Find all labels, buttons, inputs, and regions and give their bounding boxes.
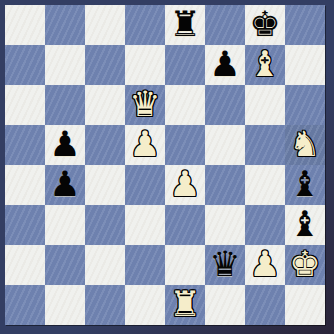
square-b6[interactable]: [45, 85, 85, 125]
square-g4[interactable]: [245, 165, 285, 205]
square-f8[interactable]: [205, 5, 245, 45]
square-b7[interactable]: [45, 45, 85, 85]
white-pawn[interactable]: ♟: [249, 244, 280, 284]
black-pawn[interactable]: ♟: [209, 44, 240, 84]
square-h2[interactable]: ♚: [285, 245, 325, 285]
square-g7[interactable]: ♝: [245, 45, 285, 85]
square-e7[interactable]: [165, 45, 205, 85]
square-d2[interactable]: [125, 245, 165, 285]
square-f2[interactable]: ♛: [205, 245, 245, 285]
black-pawn[interactable]: ♟: [49, 164, 80, 204]
white-pawn[interactable]: ♟: [169, 164, 200, 204]
square-c3[interactable]: [85, 205, 125, 245]
square-a4[interactable]: [5, 165, 45, 205]
square-f6[interactable]: [205, 85, 245, 125]
white-queen[interactable]: ♛: [129, 84, 160, 124]
square-a7[interactable]: [5, 45, 45, 85]
square-a8[interactable]: [5, 5, 45, 45]
square-e8[interactable]: ♜: [165, 5, 205, 45]
square-a3[interactable]: [5, 205, 45, 245]
square-a2[interactable]: [5, 245, 45, 285]
square-d5[interactable]: ♟: [125, 125, 165, 165]
square-g5[interactable]: [245, 125, 285, 165]
square-b8[interactable]: [45, 5, 85, 45]
square-h7[interactable]: [285, 45, 325, 85]
square-f1[interactable]: [205, 285, 245, 325]
square-d7[interactable]: [125, 45, 165, 85]
square-b3[interactable]: [45, 205, 85, 245]
square-g1[interactable]: [245, 285, 285, 325]
square-f3[interactable]: [205, 205, 245, 245]
white-bishop[interactable]: ♝: [249, 44, 280, 84]
chess-board[interactable]: ♜♚♟♝♛♟♟♞♟♟♝♝♛♟♚♜: [5, 5, 325, 325]
white-knight[interactable]: ♞: [289, 124, 320, 164]
square-d1[interactable]: [125, 285, 165, 325]
black-bishop[interactable]: ♝: [289, 204, 320, 244]
black-king[interactable]: ♚: [249, 4, 280, 44]
square-c6[interactable]: [85, 85, 125, 125]
square-a6[interactable]: [5, 85, 45, 125]
square-g3[interactable]: [245, 205, 285, 245]
square-g8[interactable]: ♚: [245, 5, 285, 45]
black-queen[interactable]: ♛: [209, 244, 240, 284]
black-bishop[interactable]: ♝: [289, 164, 320, 204]
square-g2[interactable]: ♟: [245, 245, 285, 285]
square-c5[interactable]: [85, 125, 125, 165]
square-f4[interactable]: [205, 165, 245, 205]
white-pawn[interactable]: ♟: [129, 124, 160, 164]
square-b5[interactable]: ♟: [45, 125, 85, 165]
square-c8[interactable]: [85, 5, 125, 45]
white-king[interactable]: ♚: [289, 244, 320, 284]
square-g6[interactable]: [245, 85, 285, 125]
board-frame: ♜♚♟♝♛♟♟♞♟♟♝♝♛♟♚♜: [0, 0, 334, 334]
square-a1[interactable]: [5, 285, 45, 325]
white-rook[interactable]: ♜: [169, 284, 200, 324]
square-e3[interactable]: [165, 205, 205, 245]
square-c4[interactable]: [85, 165, 125, 205]
square-f7[interactable]: ♟: [205, 45, 245, 85]
square-h4[interactable]: ♝: [285, 165, 325, 205]
black-rook[interactable]: ♜: [169, 4, 200, 44]
square-e2[interactable]: [165, 245, 205, 285]
square-h6[interactable]: [285, 85, 325, 125]
square-b1[interactable]: [45, 285, 85, 325]
square-e5[interactable]: [165, 125, 205, 165]
square-e1[interactable]: ♜: [165, 285, 205, 325]
square-c7[interactable]: [85, 45, 125, 85]
square-h1[interactable]: [285, 285, 325, 325]
square-d4[interactable]: [125, 165, 165, 205]
square-h5[interactable]: ♞: [285, 125, 325, 165]
black-pawn[interactable]: ♟: [49, 124, 80, 164]
square-d8[interactable]: [125, 5, 165, 45]
square-d3[interactable]: [125, 205, 165, 245]
square-c1[interactable]: [85, 285, 125, 325]
square-e6[interactable]: [165, 85, 205, 125]
square-h3[interactable]: ♝: [285, 205, 325, 245]
square-e4[interactable]: ♟: [165, 165, 205, 205]
square-b2[interactable]: [45, 245, 85, 285]
square-d6[interactable]: ♛: [125, 85, 165, 125]
square-h8[interactable]: [285, 5, 325, 45]
square-c2[interactable]: [85, 245, 125, 285]
square-b4[interactable]: ♟: [45, 165, 85, 205]
square-a5[interactable]: [5, 125, 45, 165]
square-f5[interactable]: [205, 125, 245, 165]
